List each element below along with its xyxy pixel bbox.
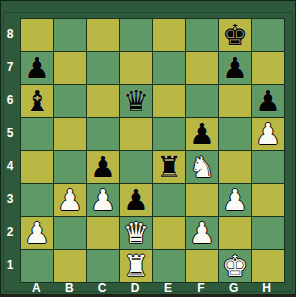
black-bishop[interactable]: ♝ <box>24 87 50 116</box>
black-pawn[interactable]: ♟ <box>24 54 50 83</box>
square-b2[interactable] <box>54 217 86 249</box>
white-pawn[interactable]: ♟ <box>24 219 50 248</box>
white-king[interactable]: ♚ <box>222 252 248 281</box>
white-pawn[interactable]: ♟ <box>255 120 281 149</box>
square-a4[interactable] <box>21 151 53 183</box>
rank-label-5: 5 <box>0 117 20 150</box>
square-a7[interactable]: ♟ <box>21 52 53 84</box>
square-d8[interactable] <box>120 19 152 51</box>
rank-label-3: 3 <box>0 182 20 215</box>
square-f2[interactable]: ♟ <box>186 217 218 249</box>
square-c3[interactable]: ♟ <box>87 184 119 216</box>
black-pawn[interactable]: ♟ <box>255 87 281 116</box>
file-label-b: B <box>53 282 86 294</box>
rank-label-7: 7 <box>0 51 20 84</box>
white-rook[interactable]: ♜ <box>123 252 149 281</box>
square-h7[interactable] <box>252 52 284 84</box>
square-a3[interactable] <box>21 184 53 216</box>
square-f5[interactable]: ♟ <box>186 118 218 150</box>
square-c1[interactable] <box>87 250 119 282</box>
black-pawn[interactable]: ♟ <box>90 153 116 182</box>
square-c2[interactable] <box>87 217 119 249</box>
rank-label-8: 8 <box>0 18 20 51</box>
square-h8[interactable] <box>252 19 284 51</box>
file-label-d: D <box>119 282 152 294</box>
square-f4[interactable]: ♞ <box>186 151 218 183</box>
square-e1[interactable] <box>153 250 185 282</box>
square-g3[interactable]: ♟ <box>219 184 251 216</box>
square-g1[interactable]: ♚ <box>219 250 251 282</box>
square-c8[interactable] <box>87 19 119 51</box>
square-d4[interactable] <box>120 151 152 183</box>
square-h3[interactable] <box>252 184 284 216</box>
square-b3[interactable]: ♟ <box>54 184 86 216</box>
white-pawn[interactable]: ♟ <box>90 186 116 215</box>
square-g8[interactable]: ♚ <box>219 19 251 51</box>
file-label-c: C <box>86 282 119 294</box>
square-h1[interactable] <box>252 250 284 282</box>
rank-label-2: 2 <box>0 215 20 248</box>
rank-label-4: 4 <box>0 150 20 183</box>
square-b1[interactable] <box>54 250 86 282</box>
chessboard: ♚♟♟♝♛♟♟♟♟♜♞♟♟♟♟♟♛♟♜♚ <box>20 18 285 283</box>
black-pawn[interactable]: ♟ <box>189 120 215 149</box>
file-label-g: G <box>217 282 250 294</box>
file-labels: ABCDEFGH <box>20 282 283 294</box>
white-knight[interactable]: ♞ <box>189 153 215 182</box>
chess-board-window: 87654321 ♚♟♟♝♛♟♟♟♟♜♞♟♟♟♟♟♛♟♜♚ ABCDEFGH <box>0 0 296 297</box>
white-pawn[interactable]: ♟ <box>57 186 83 215</box>
square-g7[interactable]: ♟ <box>219 52 251 84</box>
white-pawn[interactable]: ♟ <box>189 219 215 248</box>
square-h5[interactable]: ♟ <box>252 118 284 150</box>
rank-labels: 87654321 <box>0 18 20 281</box>
square-e7[interactable] <box>153 52 185 84</box>
square-e2[interactable] <box>153 217 185 249</box>
square-b6[interactable] <box>54 85 86 117</box>
square-f8[interactable] <box>186 19 218 51</box>
square-d3[interactable]: ♟ <box>120 184 152 216</box>
square-b5[interactable] <box>54 118 86 150</box>
square-g6[interactable] <box>219 85 251 117</box>
square-g4[interactable] <box>219 151 251 183</box>
black-queen[interactable]: ♛ <box>123 87 149 116</box>
white-pawn[interactable]: ♟ <box>222 186 248 215</box>
square-h2[interactable] <box>252 217 284 249</box>
square-a6[interactable]: ♝ <box>21 85 53 117</box>
rank-label-1: 1 <box>0 248 20 281</box>
rank-label-6: 6 <box>0 84 20 117</box>
file-label-h: H <box>250 282 283 294</box>
square-a5[interactable] <box>21 118 53 150</box>
square-c5[interactable] <box>87 118 119 150</box>
file-label-a: A <box>20 282 53 294</box>
square-f3[interactable] <box>186 184 218 216</box>
square-e5[interactable] <box>153 118 185 150</box>
square-d1[interactable]: ♜ <box>120 250 152 282</box>
square-d2[interactable]: ♛ <box>120 217 152 249</box>
file-label-e: E <box>152 282 185 294</box>
square-b7[interactable] <box>54 52 86 84</box>
square-f1[interactable] <box>186 250 218 282</box>
square-e3[interactable] <box>153 184 185 216</box>
square-h6[interactable]: ♟ <box>252 85 284 117</box>
square-a1[interactable] <box>21 250 53 282</box>
square-h4[interactable] <box>252 151 284 183</box>
square-d6[interactable]: ♛ <box>120 85 152 117</box>
square-f6[interactable] <box>186 85 218 117</box>
black-rook[interactable]: ♜ <box>156 153 182 182</box>
square-e6[interactable] <box>153 85 185 117</box>
square-b4[interactable] <box>54 151 86 183</box>
square-d7[interactable] <box>120 52 152 84</box>
white-queen[interactable]: ♛ <box>123 219 149 248</box>
square-g5[interactable] <box>219 118 251 150</box>
square-e8[interactable] <box>153 19 185 51</box>
square-g2[interactable] <box>219 217 251 249</box>
square-c4[interactable]: ♟ <box>87 151 119 183</box>
black-pawn[interactable]: ♟ <box>123 186 149 215</box>
square-f7[interactable] <box>186 52 218 84</box>
black-pawn[interactable]: ♟ <box>222 54 248 83</box>
square-e4[interactable]: ♜ <box>153 151 185 183</box>
square-a2[interactable]: ♟ <box>21 217 53 249</box>
square-c6[interactable] <box>87 85 119 117</box>
square-b8[interactable] <box>54 19 86 51</box>
file-label-f: F <box>184 282 217 294</box>
square-c7[interactable] <box>87 52 119 84</box>
square-a8[interactable] <box>21 19 53 51</box>
black-king[interactable]: ♚ <box>222 21 248 50</box>
square-d5[interactable] <box>120 118 152 150</box>
